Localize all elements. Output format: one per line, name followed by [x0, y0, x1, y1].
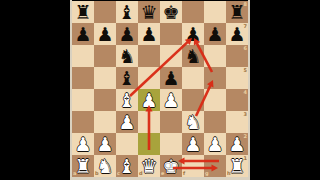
piece-white-pawn-f2[interactable]: ♟	[182, 133, 204, 155]
board-right-border	[248, 0, 250, 180]
rank-label-5: 5	[244, 68, 247, 73]
square-c2[interactable]	[116, 133, 138, 155]
square-a5[interactable]	[72, 67, 94, 89]
square-b7[interactable]: ♟	[94, 23, 116, 45]
piece-black-pawn-c7[interactable]: ♟	[116, 23, 138, 45]
square-d3[interactable]	[138, 111, 160, 133]
square-c6[interactable]: ♞	[116, 45, 138, 67]
file-label-g: g	[205, 171, 209, 176]
piece-white-pawn-h2[interactable]: ♟	[226, 133, 248, 155]
square-d6[interactable]	[138, 45, 160, 67]
square-f1[interactable]: f	[182, 155, 204, 177]
square-a7[interactable]: ♟	[72, 23, 94, 45]
piece-black-rook-h8[interactable]: ♜	[226, 1, 248, 23]
square-h8[interactable]: 8♜	[226, 1, 248, 23]
square-h1[interactable]: 1h♜	[226, 155, 248, 177]
square-c8[interactable]: ♝	[116, 1, 138, 23]
piece-black-king-e8[interactable]: ♚	[160, 1, 182, 23]
square-e6[interactable]	[160, 45, 182, 67]
square-c1[interactable]: c♝	[116, 155, 138, 177]
square-f5[interactable]	[182, 67, 204, 89]
square-h2[interactable]: 2♟	[226, 133, 248, 155]
piece-white-pawn-a2[interactable]: ♟	[72, 133, 94, 155]
square-h5[interactable]: 5	[226, 67, 248, 89]
square-b4[interactable]	[94, 89, 116, 111]
rank-label-6: 6	[244, 46, 247, 51]
letterbox-right	[250, 0, 320, 180]
piece-black-pawn-d7[interactable]: ♟	[138, 23, 160, 45]
square-b5[interactable]	[94, 67, 116, 89]
square-h7[interactable]: 7♟	[226, 23, 248, 45]
square-c3[interactable]: ♟	[116, 111, 138, 133]
piece-black-pawn-f7[interactable]: ♟	[182, 23, 204, 45]
square-f3[interactable]: ♞	[182, 111, 204, 133]
piece-black-bishop-c5[interactable]: ♝	[116, 67, 138, 89]
piece-white-bishop-c1[interactable]: ♝	[116, 155, 138, 177]
piece-white-pawn-c3[interactable]: ♟	[116, 111, 138, 133]
rank-label-4: 4	[244, 90, 247, 95]
piece-white-king-e1[interactable]: ♚	[160, 155, 182, 177]
piece-black-queen-d8[interactable]: ♛	[138, 1, 160, 23]
square-d4[interactable]: ♟	[138, 89, 160, 111]
square-f6[interactable]: ♞	[182, 45, 204, 67]
piece-white-pawn-d4[interactable]: ♟	[138, 89, 160, 111]
square-f8[interactable]	[182, 1, 204, 23]
square-e8[interactable]: ♚	[160, 1, 182, 23]
square-a2[interactable]: ♟	[72, 133, 94, 155]
square-g7[interactable]: ♟	[204, 23, 226, 45]
square-g3[interactable]	[204, 111, 226, 133]
piece-white-rook-a1[interactable]: ♜	[72, 155, 94, 177]
square-c5[interactable]: ♝	[116, 67, 138, 89]
square-a6[interactable]	[72, 45, 94, 67]
square-d5[interactable]	[138, 67, 160, 89]
square-e1[interactable]: e♚	[160, 155, 182, 177]
square-f7[interactable]: ♟	[182, 23, 204, 45]
piece-black-knight-c6[interactable]: ♞	[116, 45, 138, 67]
square-g5[interactable]	[204, 67, 226, 89]
piece-black-pawn-h7[interactable]: ♟	[226, 23, 248, 45]
square-a4[interactable]	[72, 89, 94, 111]
piece-white-bishop-c4[interactable]: ♝	[116, 89, 138, 111]
piece-white-pawn-e4[interactable]: ♟	[160, 89, 182, 111]
rank-label-3: 3	[244, 112, 247, 117]
square-h4[interactable]: 4	[226, 89, 248, 111]
video-frame: ♜♝♛♚8♜♟♟♟♟♟♟7♟♞♞6♝♟5♝♟♟4♟♞3♟♟♟♟2♟a♜b♞c♝d…	[0, 0, 320, 180]
square-d1[interactable]: d♛	[138, 155, 160, 177]
square-e2[interactable]	[160, 133, 182, 155]
square-e7[interactable]	[160, 23, 182, 45]
square-c4[interactable]: ♝	[116, 89, 138, 111]
square-g2[interactable]: ♟	[204, 133, 226, 155]
square-a8[interactable]: ♜	[72, 1, 94, 23]
square-g8[interactable]	[204, 1, 226, 23]
piece-black-pawn-b7[interactable]: ♟	[94, 23, 116, 45]
square-a3[interactable]	[72, 111, 94, 133]
piece-black-pawn-e5[interactable]: ♟	[160, 67, 182, 89]
square-a1[interactable]: a♜	[72, 155, 94, 177]
piece-black-pawn-g7[interactable]: ♟	[204, 23, 226, 45]
square-d8[interactable]: ♛	[138, 1, 160, 23]
square-b2[interactable]: ♟	[94, 133, 116, 155]
letterbox-left	[0, 0, 70, 180]
piece-black-bishop-c8[interactable]: ♝	[116, 1, 138, 23]
square-d2[interactable]	[138, 133, 160, 155]
square-c7[interactable]: ♟	[116, 23, 138, 45]
piece-black-pawn-a7[interactable]: ♟	[72, 23, 94, 45]
piece-white-pawn-g2[interactable]: ♟	[204, 133, 226, 155]
square-h6[interactable]: 6	[226, 45, 248, 67]
piece-white-pawn-b2[interactable]: ♟	[94, 133, 116, 155]
square-d7[interactable]: ♟	[138, 23, 160, 45]
square-h3[interactable]: 3	[226, 111, 248, 133]
board-bottom-border	[70, 177, 250, 180]
square-b8[interactable]	[94, 1, 116, 23]
square-f4[interactable]	[182, 89, 204, 111]
file-label-f: f	[183, 171, 185, 176]
square-f2[interactable]: ♟	[182, 133, 204, 155]
square-g1[interactable]: g	[204, 155, 226, 177]
piece-white-queen-d1[interactable]: ♛	[138, 155, 160, 177]
piece-white-knight-b1[interactable]: ♞	[94, 155, 116, 177]
square-b3[interactable]	[94, 111, 116, 133]
piece-black-rook-a8[interactable]: ♜	[72, 1, 94, 23]
piece-white-rook-h1[interactable]: ♜	[226, 155, 248, 177]
square-b6[interactable]	[94, 45, 116, 67]
square-e4[interactable]: ♟	[160, 89, 182, 111]
piece-black-knight-f6[interactable]: ♞	[182, 45, 204, 67]
square-e5[interactable]: ♟	[160, 67, 182, 89]
square-e3[interactable]	[160, 111, 182, 133]
chess-board[interactable]: ♜♝♛♚8♜♟♟♟♟♟♟7♟♞♞6♝♟5♝♟♟4♟♞3♟♟♟♟2♟a♜b♞c♝d…	[72, 1, 248, 177]
piece-white-knight-f3[interactable]: ♞	[182, 111, 204, 133]
square-g4[interactable]	[204, 89, 226, 111]
square-b1[interactable]: b♞	[94, 155, 116, 177]
square-g6[interactable]	[204, 45, 226, 67]
